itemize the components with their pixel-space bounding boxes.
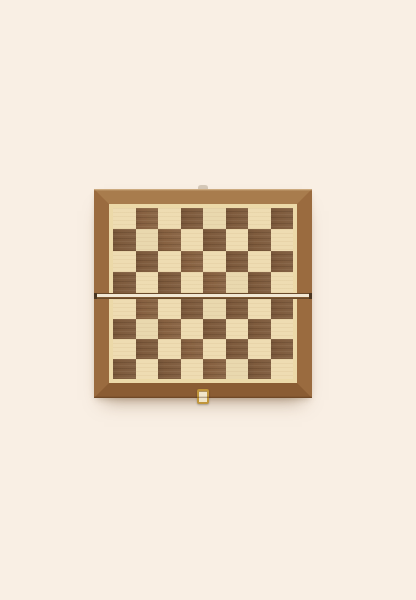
square-c2[interactable] [158, 339, 181, 359]
square-b3[interactable] [136, 319, 159, 339]
square-g4[interactable] [248, 299, 271, 319]
square-f1[interactable] [226, 359, 249, 379]
square-g3[interactable] [248, 319, 271, 339]
square-b7[interactable] [136, 229, 159, 250]
square-e7[interactable] [203, 229, 226, 250]
square-b4[interactable] [136, 299, 159, 319]
square-h4[interactable] [271, 299, 294, 319]
square-e1[interactable] [203, 359, 226, 379]
square-d7[interactable] [181, 229, 204, 250]
square-c8[interactable] [158, 208, 181, 229]
square-c1[interactable] [158, 359, 181, 379]
square-d3[interactable] [181, 319, 204, 339]
square-g7[interactable] [248, 229, 271, 250]
square-b1[interactable] [136, 359, 159, 379]
square-c7[interactable] [158, 229, 181, 250]
square-b6[interactable] [136, 251, 159, 272]
square-a5[interactable] [113, 272, 136, 293]
square-e2[interactable] [203, 339, 226, 359]
photo-background [0, 0, 416, 600]
square-a4[interactable] [113, 299, 136, 319]
square-d1[interactable] [181, 359, 204, 379]
square-c5[interactable] [158, 272, 181, 293]
square-e6[interactable] [203, 251, 226, 272]
square-a8[interactable] [113, 208, 136, 229]
square-b8[interactable] [136, 208, 159, 229]
square-e8[interactable] [203, 208, 226, 229]
square-h2[interactable] [271, 339, 294, 359]
square-h7[interactable] [271, 229, 294, 250]
square-f6[interactable] [226, 251, 249, 272]
square-b5[interactable] [136, 272, 159, 293]
square-a7[interactable] [113, 229, 136, 250]
square-e5[interactable] [203, 272, 226, 293]
board-bottom-half [94, 299, 312, 398]
square-e3[interactable] [203, 319, 226, 339]
square-h3[interactable] [271, 319, 294, 339]
square-h5[interactable] [271, 272, 294, 293]
fold-hinge-seam [94, 293, 312, 299]
square-d4[interactable] [181, 299, 204, 319]
brass-clasp-icon [197, 389, 209, 404]
square-h6[interactable] [271, 251, 294, 272]
square-a6[interactable] [113, 251, 136, 272]
square-f8[interactable] [226, 208, 249, 229]
square-g8[interactable] [248, 208, 271, 229]
board-grid-top [113, 208, 293, 293]
square-c6[interactable] [158, 251, 181, 272]
square-b2[interactable] [136, 339, 159, 359]
square-g1[interactable] [248, 359, 271, 379]
square-c4[interactable] [158, 299, 181, 319]
square-a1[interactable] [113, 359, 136, 379]
board-grid-bottom [113, 299, 293, 379]
square-f3[interactable] [226, 319, 249, 339]
square-d2[interactable] [181, 339, 204, 359]
square-f2[interactable] [226, 339, 249, 359]
square-d5[interactable] [181, 272, 204, 293]
square-c3[interactable] [158, 319, 181, 339]
chess-board [94, 189, 312, 398]
square-a3[interactable] [113, 319, 136, 339]
square-g6[interactable] [248, 251, 271, 272]
board-top-half [94, 189, 312, 293]
square-f7[interactable] [226, 229, 249, 250]
square-d8[interactable] [181, 208, 204, 229]
square-f5[interactable] [226, 272, 249, 293]
square-g2[interactable] [248, 339, 271, 359]
square-d6[interactable] [181, 251, 204, 272]
square-f4[interactable] [226, 299, 249, 319]
square-g5[interactable] [248, 272, 271, 293]
square-e4[interactable] [203, 299, 226, 319]
square-a2[interactable] [113, 339, 136, 359]
square-h1[interactable] [271, 359, 294, 379]
square-h8[interactable] [271, 208, 294, 229]
